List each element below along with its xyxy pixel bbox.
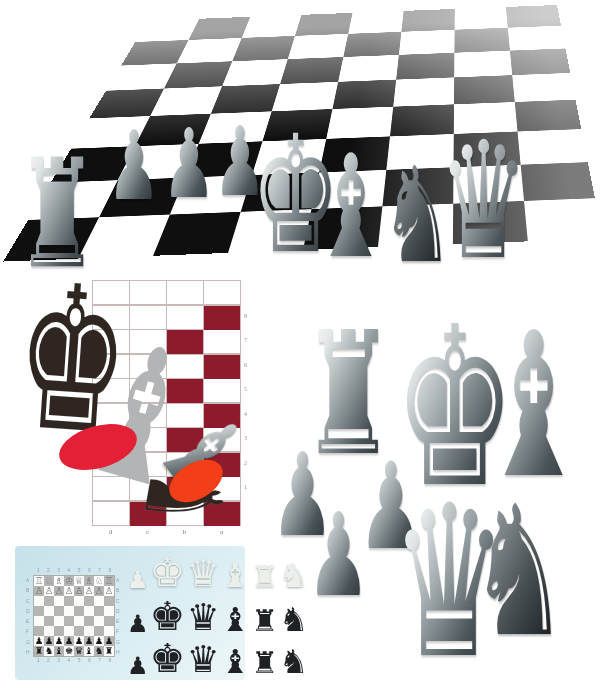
mini-black-rook: ♜ bbox=[105, 646, 114, 656]
mini-board-right-letters: ABCDEFGH bbox=[116, 575, 120, 657]
rank-label: 5 bbox=[244, 386, 254, 392]
white-bishop-silhouette: ♝ bbox=[221, 559, 251, 592]
board-square bbox=[332, 79, 396, 109]
mini-square bbox=[74, 616, 84, 626]
mini-board: ♖♘♗♔♕♗♘♖♙♙♙♙♙♙♙♙♟♟♟♟♟♟♟♟♜♞♝♚♛♝♞♜ bbox=[33, 575, 115, 657]
piece-set-row-white-0: ♟♚♛♝♜♞ bbox=[127, 550, 309, 592]
reference-card: 12345678 12345678 ABCDEFGH ABCDEFGH ♖♘♗♔… bbox=[15, 546, 245, 680]
mini-square bbox=[34, 606, 44, 616]
coordinate-label: 5 bbox=[78, 657, 81, 663]
board-square bbox=[280, 57, 343, 84]
coordinate-label: 1 bbox=[37, 567, 40, 573]
mini-white-pawn: ♙ bbox=[75, 586, 84, 596]
pawn-piece: ♟ bbox=[307, 498, 371, 613]
rank-label: 2 bbox=[244, 460, 254, 466]
mini-board-top-numbers: 12345678 bbox=[33, 567, 115, 573]
mini-square: ♚ bbox=[64, 646, 74, 656]
coordinate-label: D bbox=[26, 608, 30, 614]
mini-square: ♙ bbox=[34, 586, 44, 596]
board-square bbox=[242, 15, 302, 38]
rank-label: 7 bbox=[244, 337, 254, 343]
board-square bbox=[454, 50, 512, 77]
coordinate-label: C bbox=[116, 598, 120, 604]
mini-square: ♝ bbox=[84, 646, 94, 656]
mini-square bbox=[84, 616, 94, 626]
coordinate-label: F bbox=[116, 628, 120, 634]
mini-square: ♞ bbox=[44, 646, 54, 656]
piece-set-row-black-1: ♟♚♛♝♜♞ bbox=[127, 594, 309, 636]
board-square bbox=[508, 26, 566, 51]
mini-white-pawn: ♙ bbox=[55, 586, 64, 596]
mini-square bbox=[34, 616, 44, 626]
board-square bbox=[510, 48, 570, 75]
white-knight-silhouette: ♞ bbox=[279, 559, 309, 592]
coordinate-label: B bbox=[26, 587, 30, 593]
mini-square bbox=[44, 596, 54, 606]
coordinate-label: H bbox=[26, 649, 30, 655]
mini-square bbox=[94, 596, 104, 606]
mini-black-king: ♚ bbox=[65, 646, 74, 656]
mini-square: ♜ bbox=[104, 646, 114, 656]
coordinate-label: E bbox=[26, 618, 30, 624]
rank-label: 6 bbox=[244, 362, 254, 368]
board-square bbox=[399, 30, 455, 55]
coordinate-label: 6 bbox=[88, 657, 91, 663]
board-square bbox=[455, 7, 508, 30]
mini-white-pawn: ♙ bbox=[45, 586, 54, 596]
mini-square bbox=[54, 616, 64, 626]
coordinate-label: 3 bbox=[57, 657, 60, 663]
mini-square: ♙ bbox=[94, 586, 104, 596]
mini-square: ♙ bbox=[74, 586, 84, 596]
black-queen-silhouette: ♛ bbox=[186, 599, 219, 636]
board-square bbox=[454, 28, 510, 53]
pawn-piece: ♟ bbox=[162, 116, 215, 212]
white-queen-silhouette: ♛ bbox=[186, 555, 219, 592]
bishop-piece: ♝ bbox=[311, 136, 390, 278]
mini-black-knight: ♞ bbox=[95, 646, 104, 656]
mini-square bbox=[54, 596, 64, 606]
board-square bbox=[393, 77, 454, 106]
board-square bbox=[338, 55, 399, 82]
coordinate-label: C bbox=[26, 598, 30, 604]
coordinate-label: 5 bbox=[78, 567, 81, 573]
black-king-silhouette: ♚ bbox=[150, 596, 186, 636]
coordinate-label: G bbox=[26, 639, 30, 645]
white-king-silhouette: ♚ bbox=[150, 552, 186, 592]
knight-piece: ♞ bbox=[469, 482, 569, 662]
rank-label: 8 bbox=[244, 313, 254, 319]
mini-square: ♙ bbox=[54, 586, 64, 596]
black-knight-silhouette: ♞ bbox=[279, 645, 309, 678]
mini-square: ♙ bbox=[84, 586, 94, 596]
chess-illustration-canvas: ♜♟♟♟♚♝♞♛ dcba87654321 ♞♝♚♝ ♜♚♝♟♟♟♛♞ 1234… bbox=[0, 0, 600, 699]
mini-white-pawn: ♙ bbox=[95, 586, 104, 596]
board-square bbox=[348, 11, 404, 34]
mini-black-queen: ♛ bbox=[75, 646, 84, 656]
mini-square: ♙ bbox=[64, 586, 74, 596]
white-pawn-silhouette: ♟ bbox=[127, 568, 149, 592]
mini-square: ♝ bbox=[54, 646, 64, 656]
board-square bbox=[288, 34, 348, 59]
board-square bbox=[295, 13, 353, 36]
mini-square bbox=[104, 616, 114, 626]
coordinate-label: B bbox=[116, 587, 120, 593]
mini-square bbox=[74, 596, 84, 606]
mini-black-bishop: ♝ bbox=[55, 646, 64, 656]
black-knight-silhouette: ♞ bbox=[279, 603, 309, 636]
mini-square: ♜ bbox=[34, 646, 44, 656]
coordinate-label: 8 bbox=[108, 657, 111, 663]
mini-square bbox=[84, 606, 94, 616]
board-square bbox=[521, 162, 595, 201]
coordinate-label: 2 bbox=[47, 657, 50, 663]
board-square bbox=[232, 36, 295, 61]
coordinate-label: E bbox=[116, 618, 120, 624]
mini-square bbox=[74, 606, 84, 616]
black-pawn-silhouette: ♟ bbox=[127, 654, 149, 678]
coordinate-label: 7 bbox=[98, 657, 101, 663]
coordinate-label: A bbox=[26, 577, 30, 583]
board-square bbox=[343, 32, 401, 57]
mini-square: ♞ bbox=[94, 646, 104, 656]
board-square bbox=[396, 53, 454, 80]
black-rook-silhouette: ♜ bbox=[251, 606, 278, 636]
coordinate-label: 6 bbox=[88, 567, 91, 573]
mini-square bbox=[104, 596, 114, 606]
mini-white-pawn: ♙ bbox=[35, 586, 44, 596]
queen-piece: ♛ bbox=[439, 120, 529, 282]
black-bishop-silhouette: ♝ bbox=[221, 603, 251, 636]
coordinate-label: A bbox=[116, 577, 120, 583]
piece-set-row-black-2: ♟♚♛♝♜♞ bbox=[127, 636, 309, 678]
mini-white-pawn: ♙ bbox=[85, 586, 94, 596]
coordinate-label: 3 bbox=[57, 567, 60, 573]
coordinate-label: H bbox=[116, 649, 120, 655]
board-square bbox=[401, 9, 454, 32]
black-rook-silhouette: ♜ bbox=[251, 648, 278, 678]
mini-black-knight: ♞ bbox=[45, 646, 54, 656]
coordinate-label: 1 bbox=[37, 657, 40, 663]
black-king-silhouette: ♚ bbox=[150, 638, 186, 678]
mini-board-bottom-numbers: 12345678 bbox=[33, 657, 115, 663]
mini-square bbox=[64, 616, 74, 626]
mini-square: ♙ bbox=[44, 586, 54, 596]
board-square bbox=[454, 75, 515, 104]
mini-square: ♙ bbox=[104, 586, 114, 596]
coordinate-label: 4 bbox=[67, 657, 70, 663]
mini-square bbox=[64, 596, 74, 606]
mini-square bbox=[34, 596, 44, 606]
pawn-piece: ♟ bbox=[107, 118, 160, 214]
mini-white-pawn: ♙ bbox=[65, 586, 74, 596]
mini-square bbox=[94, 606, 104, 616]
mini-square bbox=[104, 606, 114, 616]
white-rook-silhouette: ♜ bbox=[251, 562, 278, 592]
mini-white-pawn: ♙ bbox=[105, 586, 114, 596]
black-pawn-silhouette: ♟ bbox=[127, 612, 149, 636]
black-bishop-silhouette: ♝ bbox=[221, 645, 251, 678]
mini-black-rook: ♜ bbox=[35, 646, 44, 656]
file-label: d bbox=[92, 528, 129, 536]
board-square bbox=[506, 5, 561, 28]
mini-square bbox=[54, 606, 64, 616]
coordinate-label: D bbox=[116, 608, 120, 614]
mini-square bbox=[94, 616, 104, 626]
mini-board-left-letters: ABCDEFGH bbox=[26, 575, 30, 657]
mini-square bbox=[84, 596, 94, 606]
board-square bbox=[222, 59, 288, 86]
mini-black-bishop: ♝ bbox=[85, 646, 94, 656]
mini-square bbox=[44, 616, 54, 626]
mini-square bbox=[44, 606, 54, 616]
coordinate-label: F bbox=[26, 628, 30, 634]
coordinate-label: G bbox=[116, 639, 120, 645]
coordinate-label: 4 bbox=[67, 567, 70, 573]
black-queen-silhouette: ♛ bbox=[186, 641, 219, 678]
mini-square bbox=[64, 606, 74, 616]
coordinate-label: 8 bbox=[108, 567, 111, 573]
coordinate-label: 7 bbox=[98, 567, 101, 573]
coordinate-label: 2 bbox=[47, 567, 50, 573]
mini-square: ♛ bbox=[74, 646, 84, 656]
board-square bbox=[512, 73, 575, 102]
board-square bbox=[524, 198, 600, 241]
